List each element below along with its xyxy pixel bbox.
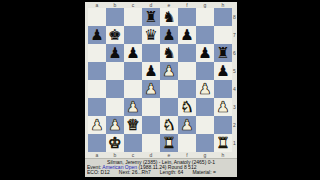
white-pawn[interactable]: ♟ — [198, 82, 211, 97]
black-queen[interactable]: ♛ — [144, 28, 157, 43]
square-a7[interactable]: ♟ — [88, 26, 106, 44]
black-pawn[interactable]: ♟ — [180, 28, 193, 43]
rank-labels-right: 87654321 — [232, 8, 237, 152]
square-c2[interactable]: ♛ — [124, 116, 142, 134]
square-h5[interactable]: ♟ — [214, 62, 232, 80]
square-e2[interactable]: ♞ — [160, 116, 178, 134]
white-knight[interactable]: ♞ — [180, 100, 193, 115]
square-c3[interactable]: ♟ — [124, 98, 142, 116]
detail-item-3: Material: = — [192, 170, 215, 175]
white-pawn[interactable]: ♟ — [108, 118, 121, 133]
file-labels-bottom: abcdefgh — [88, 152, 232, 158]
square-a4[interactable] — [88, 80, 106, 98]
square-d3[interactable] — [142, 98, 160, 116]
file-label-b: b — [106, 152, 124, 158]
white-pawn[interactable]: ♟ — [144, 82, 157, 97]
file-label-g: g — [196, 152, 214, 158]
rank-label-6: 6 — [232, 44, 237, 62]
file-label-c: c — [124, 152, 142, 158]
square-g2[interactable] — [196, 116, 214, 134]
square-h8[interactable] — [214, 8, 232, 26]
file-label-d: d — [142, 152, 160, 158]
detail-item-1: Next: 26...Rh7 — [119, 170, 151, 175]
detail-item-2: Length: 64 — [160, 170, 184, 175]
white-king[interactable]: ♚ — [108, 136, 121, 151]
square-c7[interactable] — [124, 26, 142, 44]
square-d7[interactable]: ♛ — [142, 26, 160, 44]
square-f6[interactable] — [178, 44, 196, 62]
square-e6[interactable]: ♞ — [160, 44, 178, 62]
square-g3[interactable] — [196, 98, 214, 116]
square-g4[interactable]: ♟ — [196, 80, 214, 98]
square-d5[interactable]: ♟ — [142, 62, 160, 80]
square-h3[interactable]: ♟ — [214, 98, 232, 116]
rank-label-2: 2 — [232, 116, 237, 134]
white-pawn[interactable]: ♟ — [90, 118, 103, 133]
square-f5[interactable] — [178, 62, 196, 80]
square-h2[interactable] — [214, 116, 232, 134]
white-pawn[interactable]: ♟ — [180, 118, 193, 133]
square-b5[interactable] — [106, 62, 124, 80]
square-g8[interactable] — [196, 8, 214, 26]
square-b8[interactable] — [106, 8, 124, 26]
black-king[interactable]: ♚ — [108, 28, 121, 43]
square-h4[interactable] — [214, 80, 232, 98]
rank-label-1: 1 — [232, 134, 237, 152]
rank-label-3: 3 — [232, 98, 237, 116]
square-a1[interactable] — [88, 134, 106, 152]
square-g7[interactable] — [196, 26, 214, 44]
black-pawn[interactable]: ♟ — [144, 64, 157, 79]
file-label-a: a — [88, 152, 106, 158]
square-g1[interactable] — [196, 134, 214, 152]
white-knight[interactable]: ♞ — [162, 118, 175, 133]
chess-board: ♜♞♟♚♛♟♟♟♟♞♟♜♟♟♟♟♟♟♞♟♟♟♛♞♟♚♜♜ — [88, 8, 232, 152]
square-e7[interactable]: ♟ — [160, 26, 178, 44]
chessboard-panel: abcdefgh ♜♞♟♚♛♟♟♟♟♞♟♜♟♟♟♟♟♟♞♟♟♟♛♞♟♚♜♜ 87… — [85, 2, 237, 177]
black-rook[interactable]: ♜ — [144, 10, 157, 25]
square-b2[interactable]: ♟ — [106, 116, 124, 134]
square-b7[interactable]: ♚ — [106, 26, 124, 44]
square-e3[interactable] — [160, 98, 178, 116]
square-e5[interactable]: ♟ — [160, 62, 178, 80]
square-a8[interactable] — [88, 8, 106, 26]
square-a6[interactable] — [88, 44, 106, 62]
rank-label-7: 7 — [232, 26, 237, 44]
white-pawn[interactable]: ♟ — [126, 100, 139, 115]
square-e1[interactable]: ♜ — [160, 134, 178, 152]
black-pawn[interactable]: ♟ — [216, 64, 229, 79]
black-pawn[interactable]: ♟ — [90, 28, 103, 43]
white-queen[interactable]: ♛ — [126, 118, 139, 133]
black-knight[interactable]: ♞ — [162, 46, 175, 61]
board-area: ♜♞♟♚♛♟♟♟♟♞♟♜♟♟♟♟♟♟♞♟♟♟♛♞♟♚♜♜ 87654321 — [88, 8, 237, 152]
rank-label-8: 8 — [232, 8, 237, 26]
rank-label-4: 4 — [232, 80, 237, 98]
square-a3[interactable] — [88, 98, 106, 116]
square-c6[interactable]: ♟ — [124, 44, 142, 62]
black-knight[interactable]: ♞ — [162, 10, 175, 25]
black-pawn[interactable]: ♟ — [108, 46, 121, 61]
square-c5[interactable] — [124, 62, 142, 80]
game-info-panel: Silman, Jeremy (2385) - Lein, Anatoly (2… — [85, 158, 237, 177]
square-b6[interactable]: ♟ — [106, 44, 124, 62]
square-c4[interactable] — [124, 80, 142, 98]
black-rook[interactable]: ♜ — [216, 46, 229, 61]
square-a5[interactable] — [88, 62, 106, 80]
square-h1[interactable]: ♜ — [214, 134, 232, 152]
square-b1[interactable]: ♚ — [106, 134, 124, 152]
square-d6[interactable] — [142, 44, 160, 62]
square-f8[interactable] — [178, 8, 196, 26]
square-f2[interactable]: ♟ — [178, 116, 196, 134]
white-pawn[interactable]: ♟ — [162, 64, 175, 79]
detail-item-0: ECO: D12 — [87, 170, 110, 175]
square-h7[interactable] — [214, 26, 232, 44]
white-rook[interactable]: ♜ — [162, 136, 175, 151]
square-f3[interactable]: ♞ — [178, 98, 196, 116]
square-a2[interactable]: ♟ — [88, 116, 106, 134]
black-pawn[interactable]: ♟ — [198, 46, 211, 61]
square-e8[interactable]: ♞ — [160, 8, 178, 26]
square-d2[interactable] — [142, 116, 160, 134]
square-g5[interactable] — [196, 62, 214, 80]
square-c8[interactable] — [124, 8, 142, 26]
rank-label-5: 5 — [232, 62, 237, 80]
square-g6[interactable]: ♟ — [196, 44, 214, 62]
video-frame: abcdefgh ♜♞♟♚♛♟♟♟♟♞♟♜♟♟♟♟♟♟♞♟♟♟♛♞♟♚♜♜ 87… — [0, 0, 320, 180]
white-pawn[interactable]: ♟ — [216, 100, 229, 115]
square-d1[interactable] — [142, 134, 160, 152]
square-d8[interactable]: ♜ — [142, 8, 160, 26]
square-d4[interactable]: ♟ — [142, 80, 160, 98]
square-c1[interactable] — [124, 134, 142, 152]
file-label-e: e — [160, 152, 178, 158]
square-e4[interactable] — [160, 80, 178, 98]
square-b3[interactable] — [106, 98, 124, 116]
square-f7[interactable]: ♟ — [178, 26, 196, 44]
file-label-f: f — [178, 152, 196, 158]
black-pawn[interactable]: ♟ — [162, 28, 175, 43]
square-b4[interactable] — [106, 80, 124, 98]
game-detail-line: ECO: D12Next: 26...Rh7Length: 64Material… — [87, 170, 235, 175]
square-f4[interactable] — [178, 80, 196, 98]
white-rook[interactable]: ♜ — [216, 136, 229, 151]
file-label-h: h — [214, 152, 232, 158]
square-h6[interactable]: ♜ — [214, 44, 232, 62]
square-f1[interactable] — [178, 134, 196, 152]
black-pawn[interactable]: ♟ — [126, 46, 139, 61]
